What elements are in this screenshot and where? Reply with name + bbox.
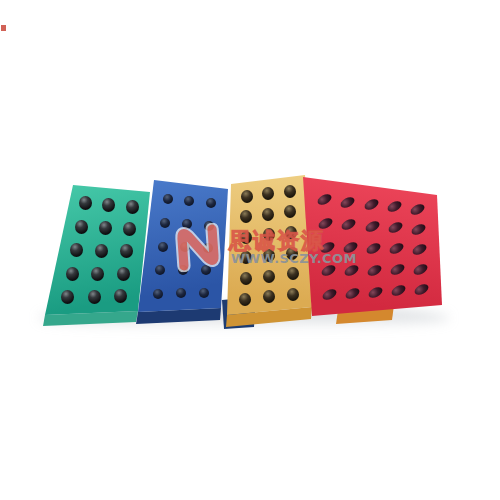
red-stud — [413, 282, 430, 297]
red-stud — [365, 241, 382, 256]
red-stud — [321, 287, 338, 302]
red-stud — [340, 217, 357, 232]
red-stud — [317, 216, 334, 231]
red-stud — [318, 240, 335, 255]
red-stud — [343, 263, 360, 278]
red-stud — [344, 286, 361, 301]
photo-layer — [0, 0, 500, 500]
red-stud — [339, 195, 356, 210]
red-stud — [342, 240, 359, 255]
product-photo: 思诚资源 WWW.SCZY.COM — [0, 0, 500, 500]
red-stud — [389, 262, 406, 277]
red-stud — [410, 222, 427, 237]
red-stud — [386, 199, 403, 214]
red-stud — [390, 283, 407, 298]
red-tile-studs — [0, 0, 500, 500]
red-stud — [411, 242, 428, 257]
red-stud — [367, 285, 384, 300]
red-stud — [320, 263, 337, 278]
red-stud — [387, 220, 404, 235]
red-stud — [364, 219, 381, 234]
red-stud — [388, 241, 405, 256]
red-stud — [362, 197, 379, 212]
red-stud — [366, 263, 383, 278]
red-stud — [315, 192, 332, 207]
red-stud — [409, 202, 426, 217]
red-stud — [412, 262, 429, 277]
